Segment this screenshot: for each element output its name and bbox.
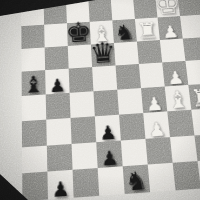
- square-f2[interactable]: [145, 137, 172, 165]
- black-knight-e1[interactable]: ♞: [124, 168, 149, 195]
- square-f6[interactable]: [137, 40, 162, 65]
- square-d2[interactable]: ♟: [96, 140, 123, 168]
- square-b3[interactable]: [46, 118, 71, 145]
- square-d4[interactable]: [93, 90, 119, 116]
- white-rook-f7[interactable]: ♜: [136, 19, 159, 42]
- square-f4[interactable]: ♟: [141, 86, 167, 112]
- square-e3[interactable]: [119, 113, 145, 140]
- square-a5[interactable]: ♝: [22, 70, 46, 96]
- black-pawn-b1[interactable]: ♟: [51, 179, 70, 200]
- square-c7[interactable]: ♚: [67, 22, 91, 46]
- square-b4[interactable]: [46, 93, 71, 120]
- square-b5[interactable]: ♟: [45, 69, 69, 95]
- square-g7[interactable]: ♟: [157, 16, 182, 40]
- square-b7[interactable]: [44, 23, 68, 47]
- square-b1[interactable]: ♟: [47, 170, 73, 199]
- square-c1[interactable]: [73, 168, 100, 197]
- square-h6[interactable]: [183, 37, 200, 61]
- square-e6[interactable]: [114, 41, 139, 66]
- square-a4[interactable]: [22, 94, 47, 121]
- square-h5[interactable]: [185, 60, 200, 85]
- square-a3[interactable]: [22, 119, 47, 146]
- square-c4[interactable]: [70, 91, 95, 117]
- square-h8[interactable]: [177, 0, 200, 16]
- square-g4[interactable]: ♝: [165, 85, 192, 111]
- squares-grid: ♚♚♝♞♜♟♛♝♟♟♟♝♜♟♟♟♟♞♟: [21, 0, 200, 200]
- square-d3[interactable]: ♟: [95, 114, 121, 141]
- square-c2[interactable]: [72, 142, 98, 170]
- black-knight-e7[interactable]: ♞: [114, 21, 136, 43]
- square-d8[interactable]: [88, 0, 112, 22]
- square-g8[interactable]: ♚: [155, 0, 180, 17]
- square-a6[interactable]: [21, 47, 45, 72]
- square-c3[interactable]: [71, 116, 97, 143]
- square-e7[interactable]: ♞: [112, 19, 137, 43]
- square-a2[interactable]: [22, 145, 47, 173]
- square-b6[interactable]: [45, 46, 69, 71]
- square-h4[interactable]: ♜: [188, 83, 200, 109]
- white-bishop-g4[interactable]: ♝: [166, 88, 190, 112]
- square-g2[interactable]: [170, 135, 198, 163]
- square-g3[interactable]: [167, 110, 194, 137]
- square-d6[interactable]: ♛: [91, 43, 116, 68]
- square-f1[interactable]: [148, 163, 176, 192]
- white-rook-h4[interactable]: ♜: [189, 85, 200, 110]
- square-f3[interactable]: ♟: [143, 111, 170, 138]
- square-d1[interactable]: [98, 167, 125, 196]
- square-e5[interactable]: [116, 64, 141, 89]
- square-d5[interactable]: [92, 66, 117, 92]
- square-f5[interactable]: [139, 63, 165, 88]
- square-f7[interactable]: ♜: [135, 17, 160, 41]
- chessboard-photo: ♚♚♝♞♜♟♛♝♟♟♟♝♜♟♟♟♟♞♟ © CHECKERS ♞: [0, 0, 200, 200]
- square-g6[interactable]: [160, 38, 186, 63]
- black-bishop-a5[interactable]: ♝: [23, 73, 45, 97]
- square-b2[interactable]: [47, 143, 73, 171]
- square-c5[interactable]: [69, 67, 94, 93]
- square-e4[interactable]: [117, 88, 143, 114]
- square-g1[interactable]: [173, 161, 200, 190]
- square-a7[interactable]: [21, 24, 44, 48]
- square-e8[interactable]: [111, 0, 135, 20]
- square-g5[interactable]: ♟: [162, 61, 188, 86]
- square-a1[interactable]: [22, 172, 48, 200]
- square-e1[interactable]: ♞: [123, 165, 150, 194]
- chess-board: ♚♚♝♞♜♟♛♝♟♟♟♝♜♟♟♟♟♞♟ © CHECKERS ♞: [0, 0, 200, 200]
- square-h7[interactable]: [180, 14, 200, 38]
- square-e2[interactable]: [121, 138, 148, 166]
